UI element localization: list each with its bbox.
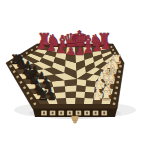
- rim-number-glyph: [43, 112, 45, 115]
- three-player-chess-set-photo: ♚♜♜♞♞♛♝♝♟♟♟♟♟♟♟♟♟♟♜♜♟♟♞♞♟♟♝♝♚♛♟♟♚♛♟♟♝♝♟♟…: [0, 0, 150, 150]
- chess-board: ♚♜♜♞♞♛♝♝♟♟♟♟♟♟♟♟♟♟♜♜♟♟♞♞♟♟♝♝♚♛♟♟♚♛♟♟♝♝♟♟…: [0, 0, 150, 150]
- board-cell[interactable]: [75, 98, 84, 104]
- piece-white-rook[interactable]: ♜: [100, 88, 112, 103]
- piece-black-pawn[interactable]: ♟: [48, 91, 57, 102]
- board-cell[interactable]: [76, 85, 86, 92]
- piece-white-pawn[interactable]: ♟: [93, 91, 102, 102]
- piece-red-pawn[interactable]: ♟: [75, 44, 86, 58]
- board-cell[interactable]: [66, 98, 76, 104]
- board-cell[interactable]: [65, 85, 77, 92]
- rim-number-glyph: [78, 112, 80, 115]
- box-clasp[interactable]: [73, 120, 76, 123]
- rim-number-glyph: [103, 112, 105, 115]
- rim-number-glyph: [69, 112, 71, 115]
- board-cell[interactable]: [65, 92, 76, 99]
- rim-carving: [113, 97, 116, 100]
- rim-number-glyph: [95, 112, 97, 115]
- board-cell[interactable]: [56, 98, 66, 104]
- rim-number-glyph: [52, 112, 54, 115]
- board-cell[interactable]: [76, 92, 86, 99]
- rim-carving: [114, 92, 117, 95]
- rim-number-glyph: [86, 112, 88, 115]
- rim-carving: [113, 102, 116, 105]
- rim-number-glyph: [60, 112, 62, 115]
